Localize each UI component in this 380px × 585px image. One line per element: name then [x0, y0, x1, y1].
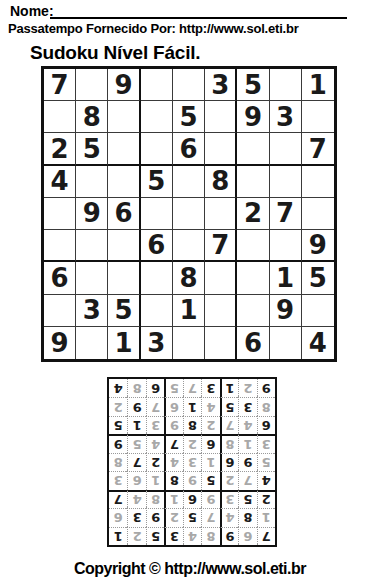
solution-cell-r8c5: 1: [183, 397, 201, 415]
sudoku-board: 793518593256745896276796815351991364: [41, 66, 337, 362]
cell-r9c6[interactable]: [205, 327, 237, 359]
cell-r6c6[interactable]: 7: [205, 230, 237, 262]
solution-cell-r9c1: 9: [257, 379, 275, 397]
solution-cell-r7c8: 1: [127, 416, 145, 434]
solution-cell-r5c5: 3: [183, 453, 201, 471]
cell-r8c3[interactable]: 5: [108, 295, 140, 327]
solution-cell-r1c4: 8: [201, 527, 219, 545]
solution-cell-r3c2: 5: [238, 490, 256, 508]
solution-cell-r9c6: 5: [164, 379, 182, 397]
solution-cell-r4c7: 1: [146, 471, 164, 489]
cell-r6c1[interactable]: [44, 230, 76, 262]
cell-r3c7[interactable]: [237, 133, 269, 165]
cell-r9c8[interactable]: [270, 327, 302, 359]
cell-r4c4[interactable]: 5: [141, 166, 173, 198]
cell-r2c6[interactable]: [205, 101, 237, 133]
cell-r8c4[interactable]: [141, 295, 173, 327]
solution-cell-r1c3: 9: [220, 527, 238, 545]
cell-r6c3[interactable]: [108, 230, 140, 262]
solution-cell-r4c9: 3: [109, 471, 127, 489]
cell-r5c9[interactable]: [302, 198, 334, 230]
cell-r2c9[interactable]: [302, 101, 334, 133]
worksheet-page: Nome: Passatempo Fornecido Por: http://w…: [0, 0, 380, 585]
solution-cell-r7c1: 6: [257, 416, 275, 434]
solution-cell-r5c9: 8: [109, 453, 127, 471]
cell-r3c2[interactable]: 5: [76, 133, 108, 165]
cell-r8c7[interactable]: [237, 295, 269, 327]
solution-cell-r6c2: 1: [238, 434, 256, 452]
solution-cell-r3c3: 3: [220, 490, 238, 508]
solution-cell-r8c7: 7: [146, 397, 164, 415]
cell-r1c6[interactable]: 3: [205, 69, 237, 101]
cell-r4c1[interactable]: 4: [44, 166, 76, 198]
cell-r9c9[interactable]: 4: [302, 327, 334, 359]
cell-r8c9[interactable]: [302, 295, 334, 327]
solution-cell-r6c7: 4: [146, 434, 164, 452]
solution-cell-r2c9: 6: [109, 508, 127, 526]
solution-board-rotated: 7698435211847529362539618474725981635961…: [107, 377, 277, 547]
cell-r9c5[interactable]: [173, 327, 205, 359]
solution-cell-r3c9: 7: [109, 490, 127, 508]
solution-cell-r2c5: 5: [183, 508, 201, 526]
name-fill-line[interactable]: [50, 0, 347, 19]
cell-r7c5[interactable]: 8: [173, 262, 205, 294]
solution-cell-r7c9: 5: [109, 416, 127, 434]
solution-cell-r6c6: 7: [164, 434, 182, 452]
cell-r4c8[interactable]: [270, 166, 302, 198]
solution-cell-r9c9: 4: [109, 379, 127, 397]
cell-r3c3[interactable]: [108, 133, 140, 165]
cell-r2c1[interactable]: [44, 101, 76, 133]
cell-r6c2[interactable]: [76, 230, 108, 262]
cell-r6c5[interactable]: [173, 230, 205, 262]
cell-r2c8[interactable]: 3: [270, 101, 302, 133]
solution-cell-r1c7: 5: [146, 527, 164, 545]
cell-r7c4[interactable]: [141, 262, 173, 294]
cell-r6c9[interactable]: 9: [302, 230, 334, 262]
solution-cell-r9c3: 1: [220, 379, 238, 397]
cell-r1c7[interactable]: 5: [237, 69, 269, 101]
solution-cell-r7c7: 3: [146, 416, 164, 434]
cell-r4c7[interactable]: [237, 166, 269, 198]
cell-r4c6[interactable]: 8: [205, 166, 237, 198]
solution-cell-r2c2: 8: [238, 508, 256, 526]
cell-r9c4[interactable]: 3: [141, 327, 173, 359]
solution-cell-r5c8: 7: [127, 453, 145, 471]
cell-r4c3[interactable]: [108, 166, 140, 198]
cell-r3c5[interactable]: 6: [173, 133, 205, 165]
page-title: Sudoku Nível Fácil.: [30, 42, 200, 64]
cell-r8c2[interactable]: 3: [76, 295, 108, 327]
cell-r8c6[interactable]: [205, 295, 237, 327]
cell-r2c7[interactable]: 9: [237, 101, 269, 133]
solution-cell-r3c6: 1: [164, 490, 182, 508]
cell-r7c2[interactable]: [76, 262, 108, 294]
cell-r1c5[interactable]: [173, 69, 205, 101]
cell-r1c2[interactable]: [76, 69, 108, 101]
solution-cell-r9c5: 7: [183, 379, 201, 397]
cell-r1c8[interactable]: [270, 69, 302, 101]
cell-r2c5[interactable]: 5: [173, 101, 205, 133]
solution-cell-r1c8: 2: [127, 527, 145, 545]
solution-cell-r1c2: 6: [238, 527, 256, 545]
solution-cell-r5c7: 2: [146, 453, 164, 471]
solution-cell-r4c1: 4: [257, 471, 275, 489]
cell-r5c4[interactable]: [141, 198, 173, 230]
solution-cell-r6c8: 5: [127, 434, 145, 452]
cell-r9c3[interactable]: 1: [108, 327, 140, 359]
cell-r5c2[interactable]: 9: [76, 198, 108, 230]
solution-cell-r4c5: 9: [183, 471, 201, 489]
cell-r1c1[interactable]: 7: [44, 69, 76, 101]
cell-r7c8[interactable]: 1: [270, 262, 302, 294]
cell-r3c6[interactable]: [205, 133, 237, 165]
solution-cell-r9c8: 8: [127, 379, 145, 397]
solution-cell-r1c6: 3: [164, 527, 182, 545]
cell-r3c4[interactable]: [141, 133, 173, 165]
cell-r5c6[interactable]: [205, 198, 237, 230]
solution-cell-r1c5: 4: [183, 527, 201, 545]
solution-cell-r8c1: 8: [257, 397, 275, 415]
cell-r4c9[interactable]: [302, 166, 334, 198]
solution-cell-r5c2: 9: [238, 453, 256, 471]
solution-cell-r9c2: 2: [238, 379, 256, 397]
name-label: Nome:: [10, 3, 54, 19]
cell-r5c5[interactable]: [173, 198, 205, 230]
solution-cell-r4c4: 5: [201, 471, 219, 489]
cell-r4c2[interactable]: [76, 166, 108, 198]
solution-cell-r8c4: 4: [201, 397, 219, 415]
cell-r1c9[interactable]: 1: [302, 69, 334, 101]
cell-r5c1[interactable]: [44, 198, 76, 230]
cell-r7c1[interactable]: 6: [44, 262, 76, 294]
cell-r2c4[interactable]: [141, 101, 173, 133]
solution-cell-r6c9: 9: [109, 434, 127, 452]
cell-r2c3[interactable]: [108, 101, 140, 133]
solution-cell-r4c8: 6: [127, 471, 145, 489]
cell-r1c4[interactable]: [141, 69, 173, 101]
cell-r8c5[interactable]: 1: [173, 295, 205, 327]
solution-cell-r9c4: 3: [201, 379, 219, 397]
cell-r3c9[interactable]: 7: [302, 133, 334, 165]
solution-cell-r5c4: 1: [201, 453, 219, 471]
solution-cell-r6c1: 3: [257, 434, 275, 452]
cell-r8c8[interactable]: 9: [270, 295, 302, 327]
solution-cell-r1c1: 7: [257, 527, 275, 545]
solution-cell-r6c4: 6: [201, 434, 219, 452]
cell-r1c3[interactable]: 9: [108, 69, 140, 101]
solution-cell-r2c1: 1: [257, 508, 275, 526]
solution-cell-r3c5: 6: [183, 490, 201, 508]
cell-r2c2[interactable]: 8: [76, 101, 108, 133]
solution-cell-r8c3: 5: [220, 397, 238, 415]
cell-r6c7[interactable]: [237, 230, 269, 262]
solution-cell-r8c2: 3: [238, 397, 256, 415]
cell-r9c7[interactable]: 6: [237, 327, 269, 359]
solution-cell-r8c6: 6: [164, 397, 182, 415]
solution-cell-r1c9: 1: [109, 527, 127, 545]
solution-cell-r9c7: 6: [146, 379, 164, 397]
solution-cell-r7c5: 8: [183, 416, 201, 434]
cell-r6c8[interactable]: [270, 230, 302, 262]
solution-cell-r5c6: 4: [164, 453, 182, 471]
solution-cell-r2c6: 2: [164, 508, 182, 526]
cell-r7c9[interactable]: 5: [302, 262, 334, 294]
solution-cell-r3c4: 9: [201, 490, 219, 508]
solution-cell-r7c2: 4: [238, 416, 256, 434]
solution-cell-r2c4: 7: [201, 508, 219, 526]
cell-r3c1[interactable]: 2: [44, 133, 76, 165]
solution-cell-r7c6: 9: [164, 416, 182, 434]
cell-r9c2[interactable]: [76, 327, 108, 359]
cell-r7c7[interactable]: [237, 262, 269, 294]
solution-cell-r7c4: 2: [201, 416, 219, 434]
solution-cell-r8c8: 9: [127, 397, 145, 415]
solution-cell-r3c1: 2: [257, 490, 275, 508]
solution-cell-r6c5: 2: [183, 434, 201, 452]
solution-cell-r3c7: 8: [146, 490, 164, 508]
solution-cell-r5c1: 5: [257, 453, 275, 471]
solution-cell-r6c3: 8: [220, 434, 238, 452]
solution-cell-r2c8: 3: [127, 508, 145, 526]
cell-r6c4[interactable]: 6: [141, 230, 173, 262]
cell-r5c8[interactable]: 7: [270, 198, 302, 230]
cell-r4c5[interactable]: [173, 166, 205, 198]
cell-r9c1[interactable]: 9: [44, 327, 76, 359]
cell-r7c6[interactable]: [205, 262, 237, 294]
solution-cell-r7c3: 7: [220, 416, 238, 434]
provider-line: Passatempo Fornecido Por: http://www.sol…: [8, 21, 299, 36]
solution-cell-r2c7: 9: [146, 508, 164, 526]
solution-cell-r3c8: 4: [127, 490, 145, 508]
solution-cell-r8c9: 2: [109, 397, 127, 415]
cell-r7c3[interactable]: [108, 262, 140, 294]
cell-r8c1[interactable]: [44, 295, 76, 327]
copyright-footer: Copyright © http://www.sol.eti.br: [0, 560, 380, 578]
solution-cell-r4c6: 8: [164, 471, 182, 489]
cell-r5c7[interactable]: 2: [237, 198, 269, 230]
solution-cell-r5c3: 6: [220, 453, 238, 471]
solution-cell-r4c3: 2: [220, 471, 238, 489]
solution-cell-r2c3: 4: [220, 508, 238, 526]
cell-r5c3[interactable]: 6: [108, 198, 140, 230]
cell-r3c8[interactable]: [270, 133, 302, 165]
solution-cell-r4c2: 7: [238, 471, 256, 489]
